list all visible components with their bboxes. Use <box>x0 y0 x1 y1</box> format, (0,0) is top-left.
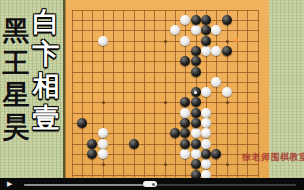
star-point <box>164 101 167 104</box>
star-point <box>102 163 105 166</box>
white-stone <box>98 139 108 149</box>
grid-line-horizontal <box>72 175 259 176</box>
black-stone <box>180 97 190 107</box>
black-label-char: 星 <box>1 79 31 111</box>
black-stone <box>180 118 190 128</box>
black-stone <box>191 139 201 149</box>
black-stone <box>222 15 232 25</box>
white-stone <box>201 139 211 149</box>
star-point <box>226 163 229 166</box>
progress-handle[interactable] <box>143 181 157 187</box>
white-label-char: 壹 <box>31 102 61 134</box>
white-stone <box>191 128 201 138</box>
white-stone <box>222 87 232 97</box>
black-stone <box>129 139 139 149</box>
white-stone <box>201 159 211 169</box>
grid-line-vertical <box>165 10 166 177</box>
grid-line-horizontal <box>72 113 259 114</box>
star-point <box>164 163 167 166</box>
grid-line-horizontal <box>72 123 259 124</box>
white-player-label-column: 白卞相壹 <box>31 6 61 134</box>
star-point <box>226 40 229 43</box>
white-stone <box>180 149 190 159</box>
black-stone <box>191 67 201 77</box>
white-stone <box>211 77 221 87</box>
black-stone <box>201 25 211 35</box>
white-label-char: 卞 <box>31 38 61 70</box>
white-stone <box>201 128 211 138</box>
star-point <box>102 101 105 104</box>
white-label-char: 相 <box>31 70 61 102</box>
white-stone <box>201 87 211 97</box>
white-stone <box>191 25 201 35</box>
white-stone <box>98 149 108 159</box>
white-stone <box>180 108 190 118</box>
black-stone <box>191 159 201 169</box>
black-stone <box>191 15 201 25</box>
black-stone <box>180 56 190 66</box>
grid-line-vertical <box>154 10 155 177</box>
black-stone <box>191 46 201 56</box>
black-stone <box>180 128 190 138</box>
black-label-char: 黑 <box>1 15 31 47</box>
black-stone <box>191 97 201 107</box>
white-stone <box>170 25 180 35</box>
progress-track[interactable] <box>24 184 296 186</box>
grid-line-vertical <box>144 10 145 177</box>
black-stone <box>77 118 87 128</box>
star-point <box>164 40 167 43</box>
white-stone <box>211 25 221 35</box>
video-control-bar: ▶ <box>0 178 304 190</box>
black-stone <box>191 56 201 66</box>
white-stone <box>201 108 211 118</box>
black-stone <box>191 118 201 128</box>
white-stone <box>180 36 190 46</box>
white-stone <box>201 118 211 128</box>
white-stone <box>191 149 201 159</box>
black-stone <box>211 149 221 159</box>
grid-line-vertical <box>123 10 124 177</box>
star-point <box>226 101 229 104</box>
grid-line-vertical <box>113 10 114 177</box>
sparkle-effect-icon: ✦ <box>234 37 241 45</box>
watermark-text: 徐老师围棋教室 <box>242 151 304 164</box>
white-stone <box>201 46 211 56</box>
play-icon[interactable]: ▶ <box>7 180 12 188</box>
white-stone <box>180 15 190 25</box>
black-label-char: 昊 <box>1 111 31 143</box>
black-stone <box>191 87 201 97</box>
white-label-char: 白 <box>31 6 61 38</box>
black-stone <box>201 149 211 159</box>
grid-line-vertical <box>72 10 73 177</box>
black-stone <box>87 149 97 159</box>
black-stone <box>222 46 232 56</box>
black-stone <box>180 139 190 149</box>
black-stone <box>87 139 97 149</box>
progress-played <box>24 184 148 186</box>
video-frame: 黑王星昊 白卞相壹 ✦ 徐老师围棋教室 ▶ <box>0 0 304 190</box>
last-move-marker <box>194 91 197 94</box>
black-stone <box>201 15 211 25</box>
grid-line-vertical <box>82 10 83 177</box>
black-stone <box>191 108 201 118</box>
grid-line-vertical <box>134 10 135 177</box>
black-player-label-column: 黑王星昊 <box>1 15 31 143</box>
black-stone <box>201 36 211 46</box>
white-stone <box>211 46 221 56</box>
black-label-char: 王 <box>1 47 31 79</box>
handle-dot-icon <box>152 183 155 186</box>
white-stone <box>98 128 108 138</box>
black-stone <box>170 128 180 138</box>
go-board: ✦ <box>63 0 269 178</box>
white-stone <box>98 36 108 46</box>
